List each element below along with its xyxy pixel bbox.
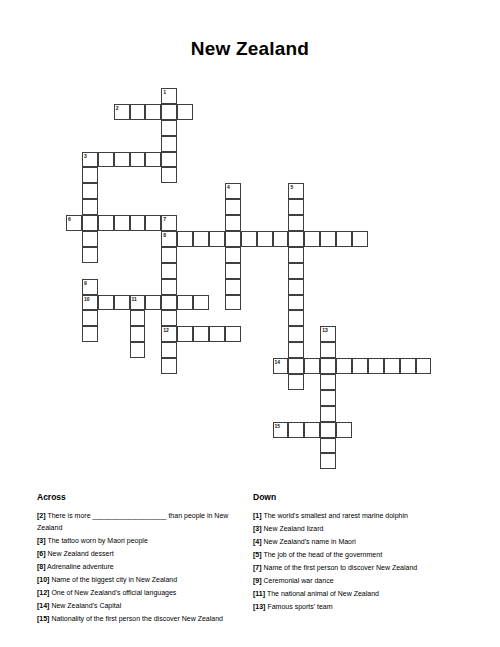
- grid-cell-r22c16[interactable]: [304, 422, 320, 438]
- grid-cell-r19c15[interactable]: [288, 374, 304, 390]
- grid-cell-r10c7[interactable]: 8: [161, 231, 177, 247]
- clue-number: 10: [84, 296, 90, 302]
- clue-number: 2: [116, 105, 119, 111]
- grid-cell-r11c11[interactable]: [225, 247, 241, 263]
- grid-cell-r16c9[interactable]: [193, 326, 209, 342]
- clue-number: 12: [163, 327, 169, 333]
- grid-cell-r7c11[interactable]: 4: [225, 183, 241, 199]
- grid-cell-r17c15[interactable]: [288, 342, 304, 358]
- grid-cell-r10c15[interactable]: [288, 231, 304, 247]
- clue-number: 3: [84, 153, 87, 159]
- grid-cell-r2c6[interactable]: [145, 104, 161, 120]
- grid-cell-r18c17[interactable]: [320, 358, 336, 374]
- grid-cell-r16c17[interactable]: 13: [320, 326, 336, 342]
- clue-num-label: [15]: [37, 615, 49, 622]
- clue-number: 4: [227, 184, 230, 190]
- across-clue-6: [6] New Zealand dessert: [37, 548, 245, 560]
- grid-cell-r14c9[interactable]: [193, 295, 209, 311]
- grid-cell-r13c7[interactable]: [161, 279, 177, 295]
- grid-cell-r14c2[interactable]: 10: [82, 295, 98, 311]
- grid-cell-r21c17[interactable]: [320, 406, 336, 422]
- grid-cell-r10c8[interactable]: [177, 231, 193, 247]
- grid-cell-r9c7[interactable]: 7: [161, 215, 177, 231]
- grid-cell-r23c17[interactable]: [320, 438, 336, 454]
- grid-cell-r10c9[interactable]: [193, 231, 209, 247]
- across-clue-8: [8] Adrenaline adventure: [37, 561, 245, 573]
- puzzle-title: New Zealand: [0, 38, 500, 60]
- grid-cell-r9c15[interactable]: [288, 215, 304, 231]
- grid-cell-r5c2[interactable]: 3: [82, 152, 98, 168]
- crossword-grid: 123456789101112131415: [66, 88, 431, 469]
- grid-cell-r9c11[interactable]: [225, 215, 241, 231]
- across-clue-list: [2] There is more ___________________ th…: [37, 510, 245, 625]
- grid-cell-r10c19[interactable]: [352, 231, 368, 247]
- across-clue-14: [14] New Zealand's Capital: [37, 600, 245, 612]
- crossword-worksheet-page: New Zealand 123456789101112131415 Across…: [0, 0, 500, 647]
- grid-cell-r4c7[interactable]: [161, 136, 177, 152]
- grid-cell-r22c14[interactable]: 15: [273, 422, 289, 438]
- clue-num-label: [4]: [253, 538, 262, 545]
- grid-cell-r5c6[interactable]: [145, 152, 161, 168]
- grid-cell-r10c12[interactable]: [241, 231, 257, 247]
- clue-num-label: [7]: [253, 564, 262, 571]
- grid-cell-r13c11[interactable]: [225, 279, 241, 295]
- grid-cell-r18c16[interactable]: [304, 358, 320, 374]
- across-clue-15: [15] Nationality of the first person the…: [37, 613, 245, 625]
- grid-cell-r8c15[interactable]: [288, 199, 304, 215]
- grid-cell-r10c2[interactable]: [82, 231, 98, 247]
- grid-cell-r16c8[interactable]: [177, 326, 193, 342]
- grid-cell-r2c7[interactable]: [161, 104, 177, 120]
- grid-cell-r9c3[interactable]: [98, 215, 114, 231]
- clue-num-label: [11]: [253, 590, 265, 597]
- down-clue-1: [1] The world's smallest and rarest mari…: [253, 510, 485, 522]
- clue-number: 5: [290, 184, 293, 190]
- grid-cell-r16c15[interactable]: [288, 326, 304, 342]
- clue-num-label: [3]: [253, 525, 262, 532]
- grid-cell-r15c2[interactable]: [82, 310, 98, 326]
- grid-cell-r16c10[interactable]: [209, 326, 225, 342]
- grid-cell-r9c5[interactable]: [130, 215, 146, 231]
- grid-cell-r22c17[interactable]: [320, 422, 336, 438]
- grid-cell-r5c4[interactable]: [114, 152, 130, 168]
- down-clue-list: [1] The world's smallest and rarest mari…: [253, 510, 485, 613]
- grid-cell-r16c2[interactable]: [82, 326, 98, 342]
- clue-number: 11: [132, 296, 137, 302]
- clue-num-label: [9]: [253, 577, 262, 584]
- clue-num-label: [14]: [37, 602, 49, 609]
- grid-cell-r22c18[interactable]: [336, 422, 352, 438]
- grid-cell-r6c7[interactable]: [161, 167, 177, 183]
- clue-num-label: [10]: [37, 576, 49, 583]
- across-header: Across: [37, 492, 245, 502]
- down-clue-13: [13] Famous sports' team: [253, 601, 485, 613]
- grid-cell-r14c4[interactable]: [114, 295, 130, 311]
- grid-cell-r12c11[interactable]: [225, 263, 241, 279]
- grid-cell-r22c15[interactable]: [288, 422, 304, 438]
- down-header: Down: [253, 492, 485, 502]
- grid-cell-r20c17[interactable]: [320, 390, 336, 406]
- clue-number: 13: [322, 327, 328, 333]
- grid-cell-r17c17[interactable]: [320, 342, 336, 358]
- grid-cell-r10c13[interactable]: [257, 231, 273, 247]
- grid-cell-r18c22[interactable]: [400, 358, 416, 374]
- clue-number: 15: [275, 423, 281, 429]
- grid-cell-r11c15[interactable]: [288, 247, 304, 263]
- grid-cell-r11c7[interactable]: [161, 247, 177, 263]
- grid-cell-r11c2[interactable]: [82, 247, 98, 263]
- grid-cell-r2c5[interactable]: [130, 104, 146, 120]
- grid-cell-r16c11[interactable]: [225, 326, 241, 342]
- grid-cell-r15c5[interactable]: [130, 310, 146, 326]
- grid-cell-r8c2[interactable]: [82, 199, 98, 215]
- grid-cell-r14c8[interactable]: [177, 295, 193, 311]
- down-clue-7: [7] Name of the first person to discover…: [253, 562, 485, 574]
- grid-cell-r14c5[interactable]: 11: [130, 295, 146, 311]
- down-clue-4: [4] New Zealand's name in Maori: [253, 536, 485, 548]
- grid-cell-r10c16[interactable]: [304, 231, 320, 247]
- grid-cell-r13c2[interactable]: 9: [82, 279, 98, 295]
- grid-cell-r2c4[interactable]: 2: [114, 104, 130, 120]
- across-clue-3: [3] The tattoo worn by Maori people: [37, 535, 245, 547]
- grid-cell-r5c3[interactable]: [98, 152, 114, 168]
- across-clue-12: [12] One of New Zealand's official langu…: [37, 587, 245, 599]
- grid-cell-r12c15[interactable]: [288, 263, 304, 279]
- grid-cell-r16c7[interactable]: 12: [161, 326, 177, 342]
- grid-cell-r3c7[interactable]: [161, 120, 177, 136]
- grid-cell-r9c1[interactable]: 6: [66, 215, 82, 231]
- clue-num-label: [1]: [253, 512, 262, 519]
- grid-cell-r18c21[interactable]: [384, 358, 400, 374]
- grid-cell-r9c4[interactable]: [114, 215, 130, 231]
- grid-cell-r18c19[interactable]: [352, 358, 368, 374]
- grid-cell-r14c3[interactable]: [98, 295, 114, 311]
- grid-cell-r10c18[interactable]: [336, 231, 352, 247]
- down-clue-11: [11] The national animal of New Zealand: [253, 588, 485, 600]
- grid-cell-r6c2[interactable]: [82, 167, 98, 183]
- clue-number: 9: [84, 280, 87, 286]
- down-clue-9: [9] Ceremonial war dance: [253, 575, 485, 587]
- clue-num-label: [3]: [37, 537, 46, 544]
- grid-cell-r8c11[interactable]: [225, 199, 241, 215]
- grid-cell-r17c5[interactable]: [130, 342, 146, 358]
- grid-cell-r18c18[interactable]: [336, 358, 352, 374]
- grid-cell-r17c7[interactable]: [161, 342, 177, 358]
- grid-cell-r16c5[interactable]: [130, 326, 146, 342]
- grid-cell-r10c10[interactable]: [209, 231, 225, 247]
- clue-number: 14: [275, 359, 281, 365]
- grid-cell-r15c15[interactable]: [288, 310, 304, 326]
- clue-number: 7: [163, 216, 166, 222]
- grid-cell-r18c23[interactable]: [416, 358, 432, 374]
- grid-cell-r24c17[interactable]: [320, 453, 336, 469]
- grid-cell-r18c7[interactable]: [161, 358, 177, 374]
- grid-cell-r5c5[interactable]: [130, 152, 146, 168]
- grid-cell-r18c15[interactable]: [288, 358, 304, 374]
- clue-num-label: [8]: [37, 563, 46, 570]
- clue-number: 1: [163, 89, 166, 95]
- grid-cell-r9c6[interactable]: [145, 215, 161, 231]
- grid-cell-r13c15[interactable]: [288, 279, 304, 295]
- grid-cell-r5c7[interactable]: [161, 152, 177, 168]
- down-clue-3: [3] New Zealand lizard: [253, 523, 485, 535]
- grid-cell-r15c7[interactable]: [161, 310, 177, 326]
- grid-cell-r19c17[interactable]: [320, 374, 336, 390]
- clue-num-label: [13]: [253, 603, 265, 610]
- across-clues-section: Across [2] There is more _______________…: [37, 492, 245, 626]
- down-clues-section: Down [1] The world's smallest and rarest…: [253, 492, 485, 614]
- grid-cell-r1c7[interactable]: 1: [161, 88, 177, 104]
- across-clue-2: [2] There is more ___________________ th…: [37, 510, 245, 534]
- clue-num-label: [12]: [37, 589, 49, 596]
- grid-cell-r18c14[interactable]: 14: [273, 358, 289, 374]
- grid-cell-r18c20[interactable]: [368, 358, 384, 374]
- clue-num-label: [6]: [37, 550, 46, 557]
- grid-cell-r7c2[interactable]: [82, 183, 98, 199]
- clue-number: 8: [163, 232, 166, 238]
- clue-number: 6: [68, 216, 71, 222]
- grid-cell-r14c11[interactable]: [225, 295, 241, 311]
- grid-cell-r2c8[interactable]: [177, 104, 193, 120]
- grid-cell-r14c15[interactable]: [288, 295, 304, 311]
- grid-cell-r12c7[interactable]: [161, 263, 177, 279]
- grid-cell-r10c11[interactable]: [225, 231, 241, 247]
- clue-num-label: [5]: [253, 551, 262, 558]
- down-clue-5: [5] The job of the head of the governmen…: [253, 549, 485, 561]
- grid-cell-r14c7[interactable]: [161, 295, 177, 311]
- across-clue-10: [10] Name of the biggest city in New Zea…: [37, 574, 245, 586]
- grid-cell-r10c14[interactable]: [273, 231, 289, 247]
- grid-cell-r9c2[interactable]: [82, 215, 98, 231]
- clue-num-label: [2]: [37, 512, 46, 519]
- grid-cell-r7c15[interactable]: 5: [288, 183, 304, 199]
- grid-cell-r14c6[interactable]: [145, 295, 161, 311]
- grid-cell-r10c17[interactable]: [320, 231, 336, 247]
